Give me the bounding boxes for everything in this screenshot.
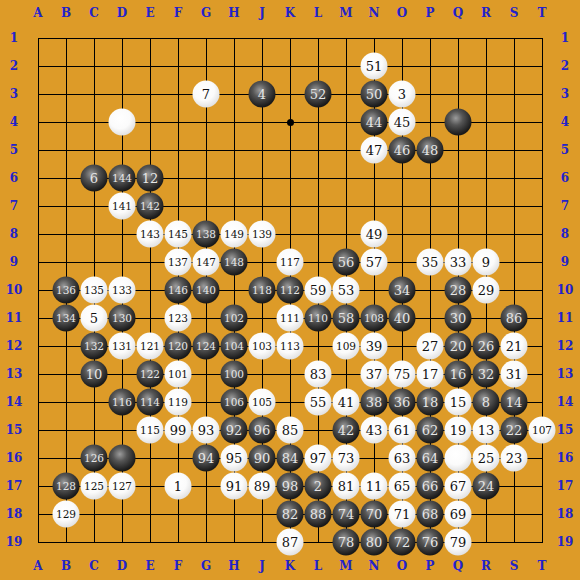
stone-D14-black[interactable]: 116	[109, 389, 136, 416]
move-number: 13	[478, 424, 495, 437]
stone-M11-black[interactable]: 58	[333, 305, 360, 332]
move-number: 118	[252, 285, 272, 296]
coord-label-right-14: 14	[557, 395, 574, 409]
stone-Q16-white[interactable]	[445, 445, 472, 472]
stone-T15-white[interactable]: 107	[529, 417, 556, 444]
coord-label-right-1: 1	[561, 31, 569, 45]
move-number: 114	[140, 397, 160, 408]
move-number: 78	[338, 536, 355, 549]
move-number: 147	[196, 257, 216, 268]
move-number: 100	[224, 369, 244, 380]
coord-label-left-3: 3	[10, 87, 18, 101]
move-number: 35	[422, 256, 439, 269]
stone-F12-black[interactable]: 120	[165, 333, 192, 360]
go-diagram-page: { "game": "go", "board": { "size": 19, "…	[0, 0, 580, 580]
stone-R15-white[interactable]: 13	[473, 417, 500, 444]
stone-R14-black[interactable]: 8	[473, 389, 500, 416]
move-number: 138	[196, 229, 216, 240]
coord-label-bottom-G: G	[201, 559, 211, 573]
move-number: 93	[198, 424, 215, 437]
stone-R17-black[interactable]: 24	[473, 473, 500, 500]
move-number: 65	[394, 480, 411, 493]
move-number: 56	[338, 256, 355, 269]
stone-Q9-white[interactable]: 33	[445, 249, 472, 276]
stone-M16-white[interactable]: 73	[333, 445, 360, 472]
stone-E6-black[interactable]: 12	[137, 165, 164, 192]
coord-label-bottom-H: H	[228, 559, 239, 573]
stone-P9-white[interactable]: 35	[417, 249, 444, 276]
coord-label-right-5: 5	[561, 143, 569, 157]
stone-G8-black[interactable]: 138	[193, 221, 220, 248]
stone-Q11-black[interactable]: 30	[445, 305, 472, 332]
stone-G9-white[interactable]: 147	[193, 249, 220, 276]
stone-E14-black[interactable]: 114	[137, 389, 164, 416]
move-number: 55	[310, 396, 327, 409]
stone-O11-black[interactable]: 40	[389, 305, 416, 332]
stone-H17-white[interactable]: 91	[221, 473, 248, 500]
stone-R13-black[interactable]: 32	[473, 361, 500, 388]
coord-label-left-16: 16	[6, 451, 23, 465]
move-number: 51	[366, 60, 383, 73]
stone-S13-white[interactable]: 31	[501, 361, 528, 388]
stone-O5-black[interactable]: 46	[389, 137, 416, 164]
stone-P17-black[interactable]: 66	[417, 473, 444, 500]
move-number: 109	[336, 341, 356, 352]
stone-M9-black[interactable]: 56	[333, 249, 360, 276]
move-number: 6	[90, 172, 98, 185]
stone-G15-white[interactable]: 93	[193, 417, 220, 444]
coord-label-bottom-O: O	[397, 559, 407, 573]
stone-M14-white[interactable]: 41	[333, 389, 360, 416]
stone-S15-black[interactable]: 22	[501, 417, 528, 444]
stone-Q14-white[interactable]: 15	[445, 389, 472, 416]
move-number: 144	[112, 173, 132, 184]
coord-label-right-19: 19	[557, 535, 574, 549]
stone-K12-white[interactable]: 113	[277, 333, 304, 360]
coord-label-right-3: 3	[561, 87, 569, 101]
stone-O4-white[interactable]: 45	[389, 109, 416, 136]
stone-L18-black[interactable]: 88	[305, 501, 332, 528]
move-number: 2	[314, 480, 322, 493]
move-number: 42	[338, 424, 355, 437]
move-number: 47	[366, 144, 383, 157]
stone-N18-black[interactable]: 70	[361, 501, 388, 528]
stone-E15-white[interactable]: 115	[137, 417, 164, 444]
move-number: 133	[112, 285, 132, 296]
stone-J17-white[interactable]: 89	[249, 473, 276, 500]
stone-N8-white[interactable]: 49	[361, 221, 388, 248]
coord-label-left-15: 15	[6, 423, 23, 437]
stone-E8-white[interactable]: 143	[137, 221, 164, 248]
coord-label-right-8: 8	[561, 227, 569, 241]
stone-K11-white[interactable]: 111	[277, 305, 304, 332]
move-number: 82	[282, 508, 299, 521]
coord-label-left-1: 1	[10, 31, 18, 45]
stone-Q17-white[interactable]: 67	[445, 473, 472, 500]
stone-C13-black[interactable]: 10	[81, 361, 108, 388]
move-number: 142	[140, 201, 160, 212]
stone-P13-white[interactable]: 17	[417, 361, 444, 388]
stone-J14-white[interactable]: 105	[249, 389, 276, 416]
coord-label-top-D: D	[117, 6, 127, 20]
grid-vline	[542, 38, 543, 543]
move-number: 41	[338, 396, 355, 409]
coord-label-right-2: 2	[561, 59, 569, 73]
stone-B18-white[interactable]: 129	[53, 501, 80, 528]
move-number: 26	[478, 340, 495, 353]
move-number: 131	[112, 341, 132, 352]
stone-K16-black[interactable]: 84	[277, 445, 304, 472]
move-number: 123	[168, 313, 188, 324]
coord-label-bottom-E: E	[145, 559, 154, 573]
coord-label-top-T: T	[538, 6, 547, 20]
move-number: 75	[394, 368, 411, 381]
coord-label-right-4: 4	[561, 115, 569, 129]
stone-K9-white[interactable]: 117	[277, 249, 304, 276]
stone-F13-white[interactable]: 101	[165, 361, 192, 388]
move-number: 149	[224, 229, 244, 240]
move-number: 14	[506, 396, 523, 409]
stone-P14-black[interactable]: 18	[417, 389, 444, 416]
stone-C16-black[interactable]: 126	[81, 445, 108, 472]
stone-F11-white[interactable]: 123	[165, 305, 192, 332]
stone-F9-white[interactable]: 137	[165, 249, 192, 276]
stone-O18-white[interactable]: 71	[389, 501, 416, 528]
stone-S14-black[interactable]: 14	[501, 389, 528, 416]
coord-label-left-18: 18	[6, 507, 23, 521]
move-number: 90	[254, 452, 271, 465]
coord-label-top-Q: Q	[453, 6, 463, 20]
stone-Q10-black[interactable]: 28	[445, 277, 472, 304]
move-number: 23	[506, 452, 523, 465]
coord-label-top-O: O	[397, 6, 407, 20]
move-number: 69	[450, 508, 467, 521]
stone-D10-white[interactable]: 133	[109, 277, 136, 304]
stone-L13-white[interactable]: 83	[305, 361, 332, 388]
move-number: 62	[422, 424, 439, 437]
stone-M19-black[interactable]: 78	[333, 529, 360, 556]
stone-M10-white[interactable]: 53	[333, 277, 360, 304]
move-number: 108	[364, 313, 384, 324]
move-number: 19	[450, 424, 467, 437]
move-number: 99	[170, 424, 187, 437]
stone-M17-white[interactable]: 81	[333, 473, 360, 500]
move-number: 40	[394, 312, 411, 325]
move-number: 88	[310, 508, 327, 521]
coord-label-right-7: 7	[561, 199, 569, 213]
stone-M12-white[interactable]: 109	[333, 333, 360, 360]
move-number: 25	[478, 452, 495, 465]
stone-M15-black[interactable]: 42	[333, 417, 360, 444]
coord-label-bottom-N: N	[369, 559, 380, 573]
coord-label-left-4: 4	[10, 115, 18, 129]
stone-S16-white[interactable]: 23	[501, 445, 528, 472]
move-number: 107	[532, 425, 552, 436]
coord-label-bottom-J: J	[259, 559, 265, 573]
stone-D11-black[interactable]: 130	[109, 305, 136, 332]
stone-L14-white[interactable]: 55	[305, 389, 332, 416]
move-number: 27	[422, 340, 439, 353]
stone-Q13-black[interactable]: 16	[445, 361, 472, 388]
stone-H8-white[interactable]: 149	[221, 221, 248, 248]
stone-H13-black[interactable]: 100	[221, 361, 248, 388]
move-number: 125	[84, 481, 104, 492]
stone-L3-black[interactable]: 52	[305, 81, 332, 108]
coord-label-bottom-A: A	[33, 559, 42, 573]
move-number: 59	[310, 284, 327, 297]
move-number: 57	[366, 256, 383, 269]
move-number: 36	[394, 396, 411, 409]
coord-label-left-17: 17	[6, 479, 23, 493]
move-number: 137	[168, 257, 188, 268]
move-number: 87	[282, 536, 299, 549]
stone-Q4-black[interactable]	[445, 109, 472, 136]
move-number: 104	[224, 341, 244, 352]
stone-R12-black[interactable]: 26	[473, 333, 500, 360]
stone-P19-black[interactable]: 76	[417, 529, 444, 556]
stone-L17-black[interactable]: 2	[305, 473, 332, 500]
stone-N4-black[interactable]: 44	[361, 109, 388, 136]
stone-N5-white[interactable]: 47	[361, 137, 388, 164]
stone-D17-white[interactable]: 127	[109, 473, 136, 500]
stone-O14-black[interactable]: 36	[389, 389, 416, 416]
move-number: 16	[450, 368, 467, 381]
coord-label-bottom-F: F	[174, 559, 183, 573]
coord-label-left-14: 14	[6, 395, 23, 409]
stone-P12-white[interactable]: 27	[417, 333, 444, 360]
stone-P15-black[interactable]: 62	[417, 417, 444, 444]
move-number: 130	[112, 313, 132, 324]
move-number: 106	[224, 397, 244, 408]
move-number: 148	[224, 257, 244, 268]
stone-L16-white[interactable]: 97	[305, 445, 332, 472]
stone-N17-white[interactable]: 11	[361, 473, 388, 500]
move-number: 143	[140, 229, 160, 240]
stone-N14-black[interactable]: 38	[361, 389, 388, 416]
move-number: 63	[394, 452, 411, 465]
stone-N13-white[interactable]: 37	[361, 361, 388, 388]
move-number: 50	[366, 88, 383, 101]
stone-Q15-white[interactable]: 19	[445, 417, 472, 444]
stone-N2-white[interactable]: 51	[361, 53, 388, 80]
coord-label-top-S: S	[510, 6, 519, 20]
stone-O17-white[interactable]: 65	[389, 473, 416, 500]
stone-O3-white[interactable]: 3	[389, 81, 416, 108]
move-number: 84	[282, 452, 299, 465]
stone-L10-white[interactable]: 59	[305, 277, 332, 304]
stone-C17-white[interactable]: 125	[81, 473, 108, 500]
move-number: 134	[56, 313, 76, 324]
stone-F8-white[interactable]: 145	[165, 221, 192, 248]
move-number: 48	[422, 144, 439, 157]
coord-label-right-17: 17	[557, 479, 574, 493]
stone-J3-black[interactable]: 4	[249, 81, 276, 108]
move-number: 21	[506, 340, 523, 353]
go-board: AABBCCDDEEFFGGHHJJKKLLMMNNOOPPQQRRSSTT11…	[0, 0, 580, 580]
stone-J10-black[interactable]: 118	[249, 277, 276, 304]
stone-Q19-white[interactable]: 79	[445, 529, 472, 556]
coord-label-left-12: 12	[6, 339, 23, 353]
coord-label-top-C: C	[89, 6, 99, 20]
stone-H14-black[interactable]: 106	[221, 389, 248, 416]
move-number: 98	[282, 480, 299, 493]
move-number: 73	[338, 452, 355, 465]
stone-N3-black[interactable]: 50	[361, 81, 388, 108]
move-number: 94	[198, 452, 215, 465]
stone-K19-white[interactable]: 87	[277, 529, 304, 556]
stone-P5-black[interactable]: 48	[417, 137, 444, 164]
stone-J12-white[interactable]: 103	[249, 333, 276, 360]
stone-C11-white[interactable]: 5	[81, 305, 108, 332]
move-number: 39	[366, 340, 383, 353]
stone-P16-black[interactable]: 64	[417, 445, 444, 472]
move-number: 120	[168, 341, 188, 352]
stone-O13-white[interactable]: 75	[389, 361, 416, 388]
coord-label-top-R: R	[481, 6, 491, 20]
stone-R10-white[interactable]: 29	[473, 277, 500, 304]
coord-label-top-K: K	[285, 6, 295, 20]
stone-G3-white[interactable]: 7	[193, 81, 220, 108]
move-number: 139	[252, 229, 272, 240]
stone-C6-black[interactable]: 6	[81, 165, 108, 192]
coord-label-top-E: E	[145, 6, 154, 20]
coord-label-top-N: N	[369, 6, 380, 20]
stone-F15-white[interactable]: 99	[165, 417, 192, 444]
move-number: 80	[366, 536, 383, 549]
stone-D12-white[interactable]: 131	[109, 333, 136, 360]
stone-G12-black[interactable]: 124	[193, 333, 220, 360]
stone-B10-black[interactable]: 136	[53, 277, 80, 304]
stone-R9-white[interactable]: 9	[473, 249, 500, 276]
move-number: 117	[280, 257, 300, 268]
stone-Q12-black[interactable]: 20	[445, 333, 472, 360]
coord-label-left-13: 13	[6, 367, 23, 381]
move-number: 17	[422, 368, 439, 381]
stone-E13-black[interactable]: 122	[137, 361, 164, 388]
stone-K10-black[interactable]: 112	[277, 277, 304, 304]
move-number: 30	[450, 312, 467, 325]
coord-label-left-9: 9	[10, 255, 18, 269]
move-number: 11	[366, 480, 383, 493]
stone-B11-black[interactable]: 134	[53, 305, 80, 332]
stone-H9-black[interactable]: 148	[221, 249, 248, 276]
stone-D7-white[interactable]: 141	[109, 193, 136, 220]
move-number: 66	[422, 480, 439, 493]
move-number: 3	[398, 88, 406, 101]
move-number: 85	[282, 424, 299, 437]
stone-H15-black[interactable]: 92	[221, 417, 248, 444]
stone-G10-black[interactable]: 140	[193, 277, 220, 304]
move-number: 67	[450, 480, 467, 493]
move-number: 8	[482, 396, 490, 409]
stone-D4-white[interactable]	[109, 109, 136, 136]
coord-label-top-P: P	[425, 6, 434, 20]
stone-O15-white[interactable]: 61	[389, 417, 416, 444]
move-number: 72	[394, 536, 411, 549]
stone-P18-black[interactable]: 68	[417, 501, 444, 528]
move-number: 46	[394, 144, 411, 157]
coord-label-top-B: B	[61, 6, 71, 20]
move-number: 7	[202, 88, 210, 101]
coord-label-right-9: 9	[561, 255, 569, 269]
stone-D6-black[interactable]: 144	[109, 165, 136, 192]
coord-label-left-6: 6	[10, 171, 18, 185]
move-number: 18	[422, 396, 439, 409]
stone-M18-black[interactable]: 74	[333, 501, 360, 528]
stone-N11-black[interactable]: 108	[361, 305, 388, 332]
move-number: 83	[310, 368, 327, 381]
stone-K17-black[interactable]: 98	[277, 473, 304, 500]
move-number: 52	[310, 88, 327, 101]
stone-J16-black[interactable]: 90	[249, 445, 276, 472]
stone-N15-white[interactable]: 43	[361, 417, 388, 444]
move-number: 70	[366, 508, 383, 521]
stone-F10-black[interactable]: 146	[165, 277, 192, 304]
stone-F17-white[interactable]: 1	[165, 473, 192, 500]
move-number: 96	[254, 424, 271, 437]
stone-H12-black[interactable]: 104	[221, 333, 248, 360]
move-number: 28	[450, 284, 467, 297]
coord-label-bottom-L: L	[314, 559, 322, 573]
move-number: 95	[226, 452, 243, 465]
move-number: 115	[140, 425, 160, 436]
move-number: 113	[280, 341, 300, 352]
stone-S11-black[interactable]: 86	[501, 305, 528, 332]
coord-label-right-6: 6	[561, 171, 569, 185]
stone-K15-white[interactable]: 85	[277, 417, 304, 444]
stone-D16-black[interactable]	[109, 445, 136, 472]
coord-label-bottom-P: P	[425, 559, 434, 573]
coord-label-right-16: 16	[557, 451, 574, 465]
move-number: 12	[142, 172, 159, 185]
stone-C12-black[interactable]: 132	[81, 333, 108, 360]
move-number: 24	[478, 480, 495, 493]
move-number: 43	[366, 424, 383, 437]
stone-H16-white[interactable]: 95	[221, 445, 248, 472]
stone-O16-white[interactable]: 63	[389, 445, 416, 472]
stone-C10-white[interactable]: 135	[81, 277, 108, 304]
stone-J8-white[interactable]: 139	[249, 221, 276, 248]
move-number: 5	[90, 312, 98, 325]
stone-N9-white[interactable]: 57	[361, 249, 388, 276]
stone-L11-black[interactable]: 110	[305, 305, 332, 332]
coord-label-bottom-B: B	[61, 559, 71, 573]
move-number: 119	[168, 397, 188, 408]
stone-E7-black[interactable]: 142	[137, 193, 164, 220]
move-number: 32	[478, 368, 495, 381]
stone-O10-black[interactable]: 34	[389, 277, 416, 304]
stone-R16-white[interactable]: 25	[473, 445, 500, 472]
stone-Q18-white[interactable]: 69	[445, 501, 472, 528]
stone-K18-black[interactable]: 82	[277, 501, 304, 528]
stone-E12-white[interactable]: 121	[137, 333, 164, 360]
move-number: 103	[252, 341, 272, 352]
coord-label-top-L: L	[314, 6, 322, 20]
stone-N12-white[interactable]: 39	[361, 333, 388, 360]
coord-label-top-G: G	[201, 6, 211, 20]
stone-H11-black[interactable]: 102	[221, 305, 248, 332]
stone-F14-white[interactable]: 119	[165, 389, 192, 416]
stone-B17-black[interactable]: 128	[53, 473, 80, 500]
stone-N19-black[interactable]: 80	[361, 529, 388, 556]
stone-S12-white[interactable]: 21	[501, 333, 528, 360]
move-number: 122	[140, 369, 160, 380]
stone-G16-black[interactable]: 94	[193, 445, 220, 472]
stone-O19-black[interactable]: 72	[389, 529, 416, 556]
coord-label-left-2: 2	[10, 59, 18, 73]
stone-J15-black[interactable]: 96	[249, 417, 276, 444]
move-number: 1	[174, 480, 182, 493]
